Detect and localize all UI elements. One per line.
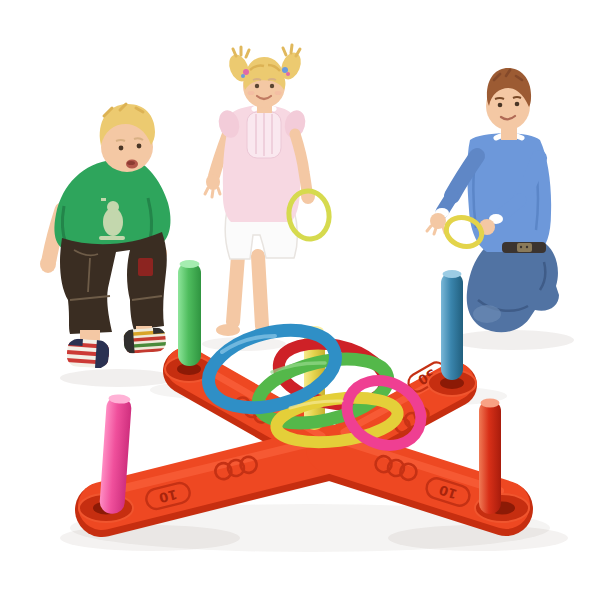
girl-center [205,45,332,339]
girl-leg-right [258,256,262,326]
boy-left-shorts-patch [138,258,153,276]
photo-stage: 10 10 30 [0,0,608,608]
peg-green [178,260,201,366]
girl-leg-left [233,256,238,322]
girl-foot-left [216,324,240,336]
girl-hand-right [205,174,220,197]
boy-right-hand-right [427,213,446,234]
boy-left-sock-right [123,327,167,354]
base-arm-bottom-left [102,449,330,506]
boy-left-shorts [60,232,167,334]
boy-right-belt [502,242,546,253]
boy-right-knee-highlight [473,305,501,323]
peg-blue [441,270,463,380]
boy-left-hand-left [40,255,56,273]
ringtoss-scene: 10 10 30 [0,0,608,608]
boy-left [40,104,171,369]
boy-left-sock-left [66,338,110,369]
peg-red [479,399,501,515]
